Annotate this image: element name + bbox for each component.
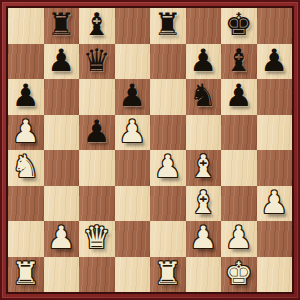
square-f3[interactable]: ♝: [186, 186, 222, 222]
black-pawn: ♟: [47, 45, 75, 76]
black-queen: ♛: [83, 45, 111, 76]
white-pawn: ♟: [47, 222, 75, 253]
square-a6[interactable]: ♟: [8, 79, 44, 115]
square-h5[interactable]: [257, 115, 293, 151]
white-pawn: ♟: [189, 222, 217, 253]
square-e7[interactable]: [150, 44, 186, 80]
square-a8[interactable]: [8, 8, 44, 44]
square-d2[interactable]: [115, 221, 151, 257]
white-queen: ♛: [83, 222, 111, 253]
square-f8[interactable]: [186, 8, 222, 44]
black-pawn: ♟: [189, 45, 217, 76]
square-h4[interactable]: [257, 150, 293, 186]
square-e4[interactable]: ♟: [150, 150, 186, 186]
square-c4[interactable]: [79, 150, 115, 186]
square-c2[interactable]: ♛: [79, 221, 115, 257]
square-h8[interactable]: [257, 8, 293, 44]
square-e5[interactable]: [150, 115, 186, 151]
square-g6[interactable]: ♟: [221, 79, 257, 115]
square-f6[interactable]: ♞: [186, 79, 222, 115]
square-d6[interactable]: ♟: [115, 79, 151, 115]
white-pawn: ♟: [12, 116, 40, 147]
square-b6[interactable]: [44, 79, 80, 115]
square-c5[interactable]: ♟: [79, 115, 115, 151]
black-pawn: ♟: [12, 80, 40, 111]
square-f4[interactable]: ♝: [186, 150, 222, 186]
square-b7[interactable]: ♟: [44, 44, 80, 80]
square-e6[interactable]: [150, 79, 186, 115]
black-bishop: ♝: [225, 45, 253, 76]
square-c8[interactable]: ♝: [79, 8, 115, 44]
square-h1[interactable]: [257, 257, 293, 293]
black-bishop: ♝: [83, 9, 111, 40]
square-d1[interactable]: [115, 257, 151, 293]
square-b5[interactable]: [44, 115, 80, 151]
square-h6[interactable]: [257, 79, 293, 115]
square-c1[interactable]: [79, 257, 115, 293]
black-king: ♚: [225, 9, 253, 40]
square-h2[interactable]: [257, 221, 293, 257]
square-f1[interactable]: [186, 257, 222, 293]
square-b8[interactable]: ♜: [44, 8, 80, 44]
square-e1[interactable]: ♜: [150, 257, 186, 293]
black-pawn: ♟: [83, 116, 111, 147]
square-g5[interactable]: [221, 115, 257, 151]
square-a2[interactable]: [8, 221, 44, 257]
square-d4[interactable]: [115, 150, 151, 186]
black-pawn: ♟: [118, 80, 146, 111]
white-bishop: ♝: [189, 187, 217, 218]
square-a3[interactable]: [8, 186, 44, 222]
black-pawn: ♟: [225, 80, 253, 111]
square-g1[interactable]: ♚: [221, 257, 257, 293]
square-h7[interactable]: ♟: [257, 44, 293, 80]
square-d5[interactable]: ♟: [115, 115, 151, 151]
white-pawn: ♟: [154, 151, 182, 182]
square-f2[interactable]: ♟: [186, 221, 222, 257]
black-knight: ♞: [189, 80, 217, 111]
chess-board-frame: ♜♝♜♚♟♛♟♝♟♟♟♞♟♟♟♟♞♟♝♝♟♟♛♟♟♜♜♚: [0, 0, 300, 300]
white-pawn: ♟: [260, 187, 288, 218]
white-bishop: ♝: [189, 151, 217, 182]
chess-board: ♜♝♜♚♟♛♟♝♟♟♟♞♟♟♟♟♞♟♝♝♟♟♛♟♟♜♜♚: [8, 8, 292, 292]
white-rook: ♜: [12, 258, 40, 289]
square-d8[interactable]: [115, 8, 151, 44]
white-knight: ♞: [12, 151, 40, 182]
square-g4[interactable]: [221, 150, 257, 186]
square-b3[interactable]: [44, 186, 80, 222]
square-h3[interactable]: ♟: [257, 186, 293, 222]
square-g8[interactable]: ♚: [221, 8, 257, 44]
white-rook: ♜: [154, 258, 182, 289]
square-f7[interactable]: ♟: [186, 44, 222, 80]
square-e8[interactable]: ♜: [150, 8, 186, 44]
square-a1[interactable]: ♜: [8, 257, 44, 293]
square-d3[interactable]: [115, 186, 151, 222]
square-e2[interactable]: [150, 221, 186, 257]
square-d7[interactable]: [115, 44, 151, 80]
square-c3[interactable]: [79, 186, 115, 222]
square-g2[interactable]: ♟: [221, 221, 257, 257]
white-king: ♚: [225, 258, 253, 289]
square-a7[interactable]: [8, 44, 44, 80]
square-g7[interactable]: ♝: [221, 44, 257, 80]
square-b4[interactable]: [44, 150, 80, 186]
square-c7[interactable]: ♛: [79, 44, 115, 80]
square-a5[interactable]: ♟: [8, 115, 44, 151]
black-rook: ♜: [47, 9, 75, 40]
square-b1[interactable]: [44, 257, 80, 293]
square-c6[interactable]: [79, 79, 115, 115]
square-e3[interactable]: [150, 186, 186, 222]
black-rook: ♜: [154, 9, 182, 40]
white-pawn: ♟: [225, 222, 253, 253]
square-f5[interactable]: [186, 115, 222, 151]
square-g3[interactable]: [221, 186, 257, 222]
square-a4[interactable]: ♞: [8, 150, 44, 186]
square-b2[interactable]: ♟: [44, 221, 80, 257]
white-pawn: ♟: [118, 116, 146, 147]
black-pawn: ♟: [260, 45, 288, 76]
